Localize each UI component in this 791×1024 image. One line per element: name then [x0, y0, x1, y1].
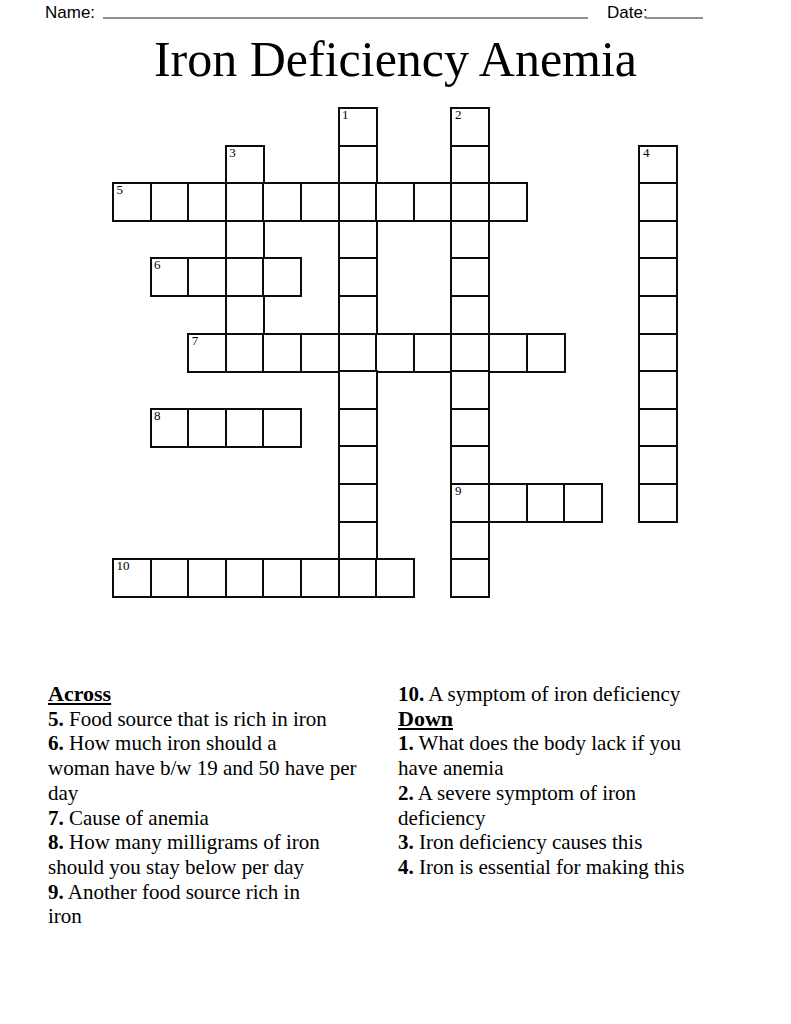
down-clue-4: 4. Iron is essential for making this [398, 855, 758, 880]
across-clue-7: 7. Cause of anemia [48, 806, 400, 831]
grid-cell-r6c4[interactable] [262, 333, 302, 373]
grid-cell-r8c1[interactable]: 8 [150, 408, 190, 448]
grid-cell-r6c6[interactable] [338, 333, 378, 373]
grid-cell-r10c10[interactable] [488, 483, 528, 523]
grid-cell-r5c14[interactable] [638, 295, 678, 335]
down-header: Down [398, 707, 758, 732]
clue-number-label-5: 5. [48, 707, 64, 731]
cell-number-7: 7 [192, 334, 199, 349]
grid-cell-r2c3[interactable] [225, 182, 265, 222]
across-clue-8: 8. How many milligrams of ironshould you… [48, 830, 400, 879]
grid-cell-r10c9[interactable]: 9 [450, 483, 490, 523]
grid-cell-r4c1[interactable]: 6 [150, 257, 190, 297]
grid-cell-r2c4[interactable] [262, 182, 302, 222]
grid-cell-r9c9[interactable] [450, 445, 490, 485]
grid-cell-r3c3[interactable] [225, 220, 265, 260]
grid-cell-r10c11[interactable] [526, 483, 566, 523]
date-fill-line[interactable] [645, 1, 703, 19]
cell-number-8: 8 [154, 409, 161, 424]
grid-cell-r8c2[interactable] [187, 408, 227, 448]
across-clue-6-line-3: day [48, 781, 400, 806]
grid-cell-r3c14[interactable] [638, 220, 678, 260]
down-clue-4-line-1: 4. Iron is essential for making this [398, 855, 758, 880]
across-clues-column: Across5. Food source that is rich in iro… [48, 682, 400, 929]
puzzle-title: Iron Deficiency Anemia [0, 29, 791, 89]
grid-cell-r0c6[interactable]: 1 [338, 107, 378, 147]
across-clue-5: 5. Food source that is rich in iron [48, 707, 400, 732]
grid-cell-r4c9[interactable] [450, 257, 490, 297]
down-clues-column: 10. A symptom of iron deficiencyDown1. W… [398, 682, 758, 880]
grid-cell-r1c14[interactable]: 4 [638, 145, 678, 185]
grid-cell-r12c0[interactable]: 10 [112, 558, 152, 598]
grid-cell-r9c6[interactable] [338, 445, 378, 485]
down-clue-2-line-1: 2. A severe symptom of iron [398, 781, 758, 806]
grid-cell-r2c7[interactable] [375, 182, 415, 222]
across-clue-10-line-1: 10. A symptom of iron deficiency [398, 682, 758, 707]
grid-cell-r2c10[interactable] [488, 182, 528, 222]
clue-number-label-4: 4. [398, 855, 414, 879]
grid-cell-r4c2[interactable] [187, 257, 227, 297]
down-clue-2: 2. A severe symptom of irondeficiency [398, 781, 758, 830]
grid-cell-r1c6[interactable] [338, 145, 378, 185]
grid-cell-r6c7[interactable] [375, 333, 415, 373]
grid-cell-r10c14[interactable] [638, 483, 678, 523]
grid-cell-r9c14[interactable] [638, 445, 678, 485]
grid-cell-r12c7[interactable] [375, 558, 415, 598]
grid-cell-r4c14[interactable] [638, 257, 678, 297]
grid-cell-r8c4[interactable] [262, 408, 302, 448]
cell-number-3: 3 [229, 146, 236, 161]
grid-cell-r10c6[interactable] [338, 483, 378, 523]
grid-cell-r6c5[interactable] [300, 333, 340, 373]
grid-cell-r12c1[interactable] [150, 558, 190, 598]
grid-cell-r8c14[interactable] [638, 408, 678, 448]
clue-number-label-8: 8. [48, 830, 64, 854]
grid-cell-r2c14[interactable] [638, 182, 678, 222]
grid-cell-r3c9[interactable] [450, 220, 490, 260]
grid-cell-r2c2[interactable] [187, 182, 227, 222]
clue-number-label-2: 2. [398, 781, 414, 805]
grid-cell-r10c12[interactable] [563, 483, 603, 523]
grid-cell-r2c6[interactable] [338, 182, 378, 222]
grid-cell-r2c9[interactable] [450, 182, 490, 222]
grid-cell-r12c4[interactable] [262, 558, 302, 598]
across-clue-8-line-1: 8. How many milligrams of iron [48, 830, 400, 855]
grid-cell-r12c5[interactable] [300, 558, 340, 598]
grid-cell-r2c0[interactable]: 5 [112, 182, 152, 222]
grid-cell-r7c9[interactable] [450, 370, 490, 410]
across-clue-6-line-1: 6. How much iron should a [48, 731, 400, 756]
across-clue-8-line-2: should you stay below per day [48, 855, 400, 880]
grid-cell-r8c3[interactable] [225, 408, 265, 448]
grid-cell-r12c9[interactable] [450, 558, 490, 598]
grid-cell-r2c8[interactable] [413, 182, 453, 222]
down-clue-1-line-1: 1. What does the body lack if you [398, 731, 758, 756]
grid-cell-r4c6[interactable] [338, 257, 378, 297]
grid-cell-r5c9[interactable] [450, 295, 490, 335]
date-label: Date: [607, 3, 648, 23]
grid-cell-r2c5[interactable] [300, 182, 340, 222]
across-clue-9-line-2: iron [48, 904, 400, 929]
across-clue-9: 9. Another food source rich iniron [48, 880, 400, 929]
grid-cell-r5c6[interactable] [338, 295, 378, 335]
across-clue-6-line-2: woman have b/w 19 and 50 have per [48, 756, 400, 781]
clue-number-label-1: 1. [398, 731, 414, 755]
grid-cell-r2c1[interactable] [150, 182, 190, 222]
across-clue-5-line-1: 5. Food source that is rich in iron [48, 707, 400, 732]
across-header: Across [48, 682, 400, 707]
grid-cell-r5c3[interactable] [225, 295, 265, 335]
grid-cell-r6c9[interactable] [450, 333, 490, 373]
clue-number-label-3: 3. [398, 830, 414, 854]
grid-cell-r6c14[interactable] [638, 333, 678, 373]
name-fill-line[interactable] [103, 1, 588, 19]
grid-cell-r3c6[interactable] [338, 220, 378, 260]
across-clue-9-line-1: 9. Another food source rich in [48, 880, 400, 905]
grid-cell-r12c2[interactable] [187, 558, 227, 598]
cell-number-5: 5 [117, 183, 124, 198]
cell-number-1: 1 [342, 108, 349, 123]
grid-cell-r6c10[interactable] [488, 333, 528, 373]
cell-number-4: 4 [643, 146, 650, 161]
grid-cell-r0c9[interactable]: 2 [450, 107, 490, 147]
grid-cell-r11c9[interactable] [450, 521, 490, 561]
grid-cell-r1c3[interactable]: 3 [225, 145, 265, 185]
cell-number-6: 6 [154, 258, 161, 273]
grid-cell-r6c11[interactable] [526, 333, 566, 373]
across-clue-6: 6. How much iron should awoman have b/w … [48, 731, 400, 805]
cell-number-10: 10 [117, 559, 130, 574]
grid-cell-r11c6[interactable] [338, 521, 378, 561]
grid-cell-r12c3[interactable] [225, 558, 265, 598]
grid-cell-r8c6[interactable] [338, 408, 378, 448]
grid-cell-r1c9[interactable] [450, 145, 490, 185]
grid-cell-r4c3[interactable] [225, 257, 265, 297]
grid-cell-r7c6[interactable] [338, 370, 378, 410]
across-clue-7-line-1: 7. Cause of anemia [48, 806, 400, 831]
clue-number-label-9: 9. [48, 880, 64, 904]
down-clue-1: 1. What does the body lack if youhave an… [398, 731, 758, 780]
down-clue-3: 3. Iron deficiency causes this [398, 830, 758, 855]
crossword-grid: 12345678910 [112, 107, 679, 600]
clue-number-label-6: 6. [48, 731, 64, 755]
cell-number-2: 2 [455, 108, 462, 123]
clue-number-label-10: 10. [398, 682, 424, 706]
down-clue-2-line-2: deficiency [398, 806, 758, 831]
name-label: Name: [45, 3, 95, 23]
grid-cell-r6c2[interactable]: 7 [187, 333, 227, 373]
down-clue-3-line-1: 3. Iron deficiency causes this [398, 830, 758, 855]
clue-number-label-7: 7. [48, 806, 64, 830]
grid-cell-r7c14[interactable] [638, 370, 678, 410]
across-clue-10: 10. A symptom of iron deficiency [398, 682, 758, 707]
grid-cell-r6c3[interactable] [225, 333, 265, 373]
down-clue-1-line-2: have anemia [398, 756, 758, 781]
grid-cell-r12c6[interactable] [338, 558, 378, 598]
grid-cell-r8c9[interactable] [450, 408, 490, 448]
grid-cell-r6c8[interactable] [413, 333, 453, 373]
cell-number-9: 9 [455, 484, 462, 499]
grid-cell-r4c4[interactable] [262, 257, 302, 297]
